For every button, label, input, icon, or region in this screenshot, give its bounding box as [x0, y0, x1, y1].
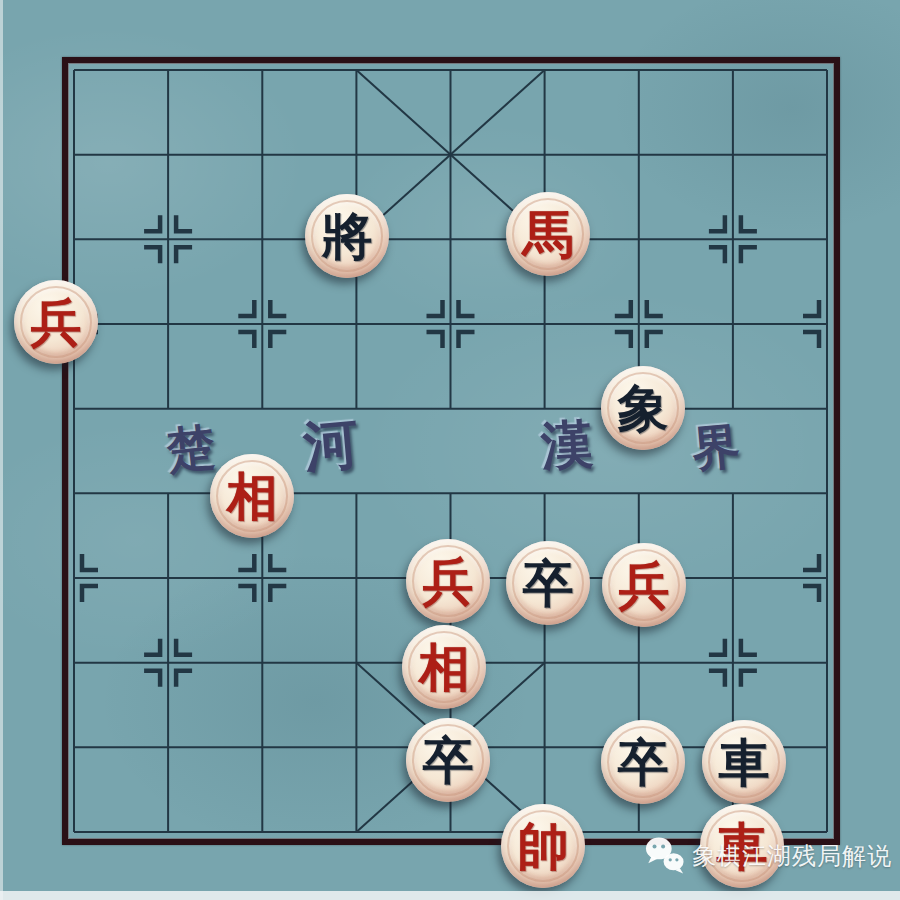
piece-red-elephant[interactable]: 相 — [210, 454, 294, 538]
piece-glyph: 相 — [419, 641, 470, 694]
piece-red-horse[interactable]: 馬 — [506, 192, 590, 276]
piece-black-soldier[interactable]: 卒 — [406, 718, 490, 802]
piece-glyph: 兵 — [619, 559, 670, 612]
piece-glyph: 卒 — [523, 557, 574, 610]
piece-glyph: 卒 — [618, 736, 669, 789]
piece-black-chariot[interactable]: 車 — [702, 720, 786, 804]
piece-glyph: 兵 — [31, 296, 82, 349]
piece-glyph: 將 — [322, 210, 373, 263]
piece-red-soldier[interactable]: 兵 — [406, 539, 490, 623]
piece-glyph: 相 — [227, 470, 278, 523]
watermark: 象棋江湖残局解说 — [644, 836, 892, 876]
piece-glyph: 卒 — [423, 734, 474, 787]
xiangqi-board-screenshot: 楚 河 漢 界 將馬兵象相兵卒兵相卒卒車帥車 象棋江湖残局解说 — [0, 0, 900, 900]
screen-edge-artifact-left — [0, 0, 3, 900]
piece-red-elephant[interactable]: 相 — [402, 625, 486, 709]
piece-glyph: 象 — [618, 382, 669, 435]
watermark-text: 象棋江湖残局解说 — [692, 840, 892, 872]
wechat-icon — [644, 836, 686, 876]
piece-black-elephant[interactable]: 象 — [601, 366, 685, 450]
piece-black-general[interactable]: 將 — [305, 194, 389, 278]
screen-edge-artifact-bottom — [0, 891, 900, 900]
piece-red-general[interactable]: 帥 — [501, 804, 585, 888]
piece-glyph: 帥 — [518, 820, 569, 873]
piece-black-soldier[interactable]: 卒 — [506, 541, 590, 625]
piece-red-soldier[interactable]: 兵 — [14, 280, 98, 364]
piece-glyph: 車 — [719, 736, 770, 789]
piece-black-soldier[interactable]: 卒 — [601, 720, 685, 804]
piece-red-soldier[interactable]: 兵 — [602, 543, 686, 627]
piece-glyph: 馬 — [523, 208, 574, 261]
piece-glyph: 兵 — [423, 555, 474, 608]
pieces-layer: 將馬兵象相兵卒兵相卒卒車帥車 — [0, 0, 900, 900]
